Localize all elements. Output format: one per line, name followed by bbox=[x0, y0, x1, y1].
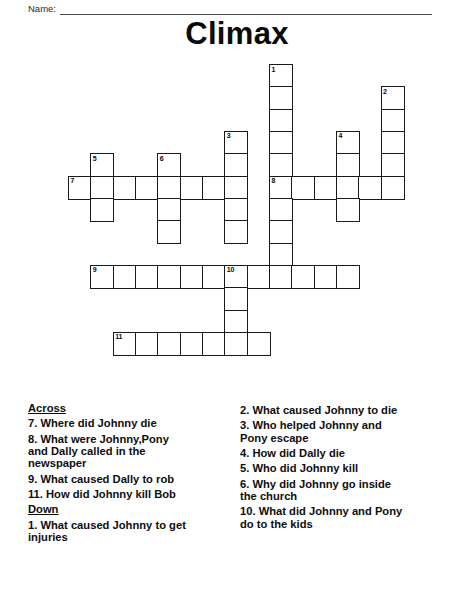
grid-cell-r7c9[interactable] bbox=[269, 220, 293, 244]
grid-cell-r9c9[interactable] bbox=[269, 265, 293, 289]
grid-cell-r2c14[interactable] bbox=[381, 109, 405, 133]
grid-cell-r7c4[interactable] bbox=[157, 220, 181, 244]
grid-cell-r11c7[interactable] bbox=[224, 310, 248, 334]
grid-cell-r12c6[interactable] bbox=[202, 332, 226, 356]
grid-cell-r6c12[interactable] bbox=[336, 198, 360, 222]
grid-cell-r4c14[interactable] bbox=[381, 153, 405, 177]
grid-cell-r9c2[interactable] bbox=[113, 265, 137, 289]
grid-cell-r0c9[interactable]: 1 bbox=[269, 64, 293, 88]
grid-cell-r8c9[interactable] bbox=[269, 243, 293, 267]
clues-column-right: 2. What caused Johnny to die3. Who helpe… bbox=[240, 404, 466, 533]
clue-7: 7. Where did Johnny die bbox=[28, 417, 236, 429]
cell-number-2: 2 bbox=[383, 88, 387, 95]
grid-cell-r5c12[interactable] bbox=[336, 176, 360, 200]
grid-cell-r2c9[interactable] bbox=[269, 109, 293, 133]
name-blank-line[interactable] bbox=[60, 3, 432, 15]
cell-number-5: 5 bbox=[93, 155, 97, 162]
grid-cell-r4c1[interactable]: 5 bbox=[90, 153, 114, 177]
grid-cell-r12c4[interactable] bbox=[157, 332, 181, 356]
clue-6: 6. Why did Johnny go inside the church bbox=[240, 478, 466, 503]
grid-cell-r9c6[interactable] bbox=[202, 265, 226, 289]
grid-cell-r12c2[interactable]: 11 bbox=[113, 332, 137, 356]
puzzle-title: Climax bbox=[0, 16, 474, 52]
grid-cell-r3c14[interactable] bbox=[381, 131, 405, 155]
grid-cell-r5c5[interactable] bbox=[180, 176, 204, 200]
grid-cell-r5c11[interactable] bbox=[314, 176, 338, 200]
grid-cell-r12c5[interactable] bbox=[180, 332, 204, 356]
grid-cell-r5c0[interactable]: 7 bbox=[68, 176, 92, 200]
grid-cell-r10c7[interactable] bbox=[224, 287, 248, 311]
grid-cell-r3c12[interactable]: 4 bbox=[336, 131, 360, 155]
grid-cell-r12c3[interactable] bbox=[135, 332, 159, 356]
grid-cell-r1c14[interactable]: 2 bbox=[381, 86, 405, 110]
grid-cell-r5c6[interactable] bbox=[202, 176, 226, 200]
clue-11: 11. How did Johnny kill Bob bbox=[28, 488, 236, 500]
name-row: Name: bbox=[28, 3, 432, 15]
cell-number-1: 1 bbox=[271, 66, 275, 73]
grid-cell-r3c7[interactable]: 3 bbox=[224, 131, 248, 155]
grid-cell-r6c4[interactable] bbox=[157, 198, 181, 222]
down-clues-list-start: 1. What caused Johnny to get injuries bbox=[28, 519, 236, 544]
grid-cell-r6c1[interactable] bbox=[90, 198, 114, 222]
grid-cell-r4c12[interactable] bbox=[336, 153, 360, 177]
grid-cell-r9c1[interactable]: 9 bbox=[90, 265, 114, 289]
grid-cell-r9c4[interactable] bbox=[157, 265, 181, 289]
grid-cell-r9c7[interactable]: 10 bbox=[224, 265, 248, 289]
cell-number-9: 9 bbox=[93, 266, 97, 273]
name-label: Name: bbox=[28, 3, 60, 15]
clues-column-left: Across 7. Where did Johnny die8. What we… bbox=[28, 402, 236, 546]
clue-10: 10. What did Johnny and Pony do to the k… bbox=[240, 505, 466, 530]
grid-cell-r5c9[interactable]: 8 bbox=[269, 176, 293, 200]
grid-cell-r1c9[interactable] bbox=[269, 86, 293, 110]
across-heading: Across bbox=[28, 402, 236, 414]
grid-cell-r9c12[interactable] bbox=[336, 265, 360, 289]
grid-cell-r4c7[interactable] bbox=[224, 153, 248, 177]
crossword-worksheet: Name: Climax 1234567891011 Across 7. Whe… bbox=[0, 0, 474, 613]
grid-cell-r6c7[interactable] bbox=[224, 198, 248, 222]
grid-cell-r5c14[interactable] bbox=[381, 176, 405, 200]
cell-number-10: 10 bbox=[227, 266, 234, 273]
clue-8: 8. What were Johnny,Pony and Dally calle… bbox=[28, 433, 236, 470]
grid-cell-r9c5[interactable] bbox=[180, 265, 204, 289]
grid-cell-r5c1[interactable] bbox=[90, 176, 114, 200]
across-clues-list: 7. Where did Johnny die8. What were John… bbox=[28, 417, 236, 500]
grid-cell-r5c7[interactable] bbox=[224, 176, 248, 200]
grid-cell-r6c9[interactable] bbox=[269, 198, 293, 222]
grid-cell-r7c7[interactable] bbox=[224, 220, 248, 244]
clue-5: 5. Who did Johnny kill bbox=[240, 462, 466, 474]
grid-cell-r9c8[interactable] bbox=[247, 265, 271, 289]
cell-number-8: 8 bbox=[271, 177, 275, 184]
grid-cell-r5c10[interactable] bbox=[291, 176, 315, 200]
clue-4: 4. How did Dally die bbox=[240, 447, 466, 459]
clue-3: 3. Who helped Johnny and Pony escape bbox=[240, 419, 466, 444]
clue-1: 1. What caused Johnny to get injuries bbox=[28, 519, 236, 544]
cell-number-6: 6 bbox=[160, 155, 164, 162]
grid-cell-r5c4[interactable] bbox=[157, 176, 181, 200]
cell-number-11: 11 bbox=[115, 333, 122, 340]
grid-cell-r5c13[interactable] bbox=[358, 176, 382, 200]
grid-cell-r12c7[interactable] bbox=[224, 332, 248, 356]
grid-cell-r9c11[interactable] bbox=[314, 265, 338, 289]
grid-cell-r3c9[interactable] bbox=[269, 131, 293, 155]
grid-cell-r5c3[interactable] bbox=[135, 176, 159, 200]
grid-cell-r4c9[interactable] bbox=[269, 153, 293, 177]
cell-number-7: 7 bbox=[71, 177, 75, 184]
grid-cell-r9c3[interactable] bbox=[135, 265, 159, 289]
grid-cell-r4c4[interactable]: 6 bbox=[157, 153, 181, 177]
grid-cell-r5c2[interactable] bbox=[113, 176, 137, 200]
cell-number-4: 4 bbox=[338, 132, 342, 139]
cell-number-3: 3 bbox=[227, 132, 231, 139]
down-heading: Down bbox=[28, 503, 236, 515]
grid-cell-r12c8[interactable] bbox=[247, 332, 271, 356]
grid-cell-r9c10[interactable] bbox=[291, 265, 315, 289]
clue-9: 9. What caused Dally to rob bbox=[28, 473, 236, 485]
clue-2: 2. What caused Johnny to die bbox=[240, 404, 466, 416]
crossword-grid: 1234567891011 bbox=[68, 64, 406, 356]
